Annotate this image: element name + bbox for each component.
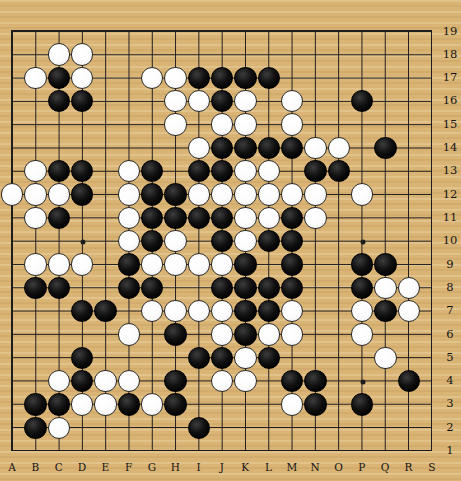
intersection-C17[interactable] <box>47 66 70 89</box>
white-stone-I7[interactable] <box>188 300 210 322</box>
intersection-I16[interactable] <box>187 90 210 113</box>
intersection-K15[interactable] <box>234 113 257 136</box>
white-stone-Q5[interactable] <box>374 347 396 369</box>
intersection-E3[interactable] <box>94 393 117 416</box>
black-stone-B2[interactable] <box>24 417 46 439</box>
black-stone-G8[interactable] <box>141 277 163 299</box>
intersection-H6[interactable] <box>164 323 187 346</box>
intersection-I2[interactable] <box>187 416 210 439</box>
intersection-H15[interactable] <box>164 113 187 136</box>
black-stone-L8[interactable] <box>258 277 280 299</box>
white-stone-L6[interactable] <box>258 323 280 345</box>
intersection-C16[interactable] <box>47 90 70 113</box>
intersection-C8[interactable] <box>47 276 70 299</box>
intersection-K14[interactable] <box>234 136 257 159</box>
black-stone-F3[interactable] <box>118 393 140 415</box>
black-stone-G13[interactable] <box>141 160 163 182</box>
intersection-M15[interactable] <box>281 113 304 136</box>
black-stone-C3[interactable] <box>48 393 70 415</box>
white-stone-K13[interactable] <box>234 160 256 182</box>
intersection-F12[interactable] <box>117 183 140 206</box>
intersection-Q9[interactable] <box>374 253 397 276</box>
intersection-C18[interactable] <box>47 43 70 66</box>
white-stone-K10[interactable] <box>234 230 256 252</box>
black-stone-I5[interactable] <box>188 347 210 369</box>
white-stone-F10[interactable] <box>118 230 140 252</box>
intersection-K9[interactable] <box>234 253 257 276</box>
intersection-J17[interactable] <box>211 66 234 89</box>
black-stone-L5[interactable] <box>258 347 280 369</box>
black-stone-J10[interactable] <box>211 230 233 252</box>
intersection-D12[interactable] <box>71 183 94 206</box>
black-stone-R4[interactable] <box>398 370 420 392</box>
intersection-D18[interactable] <box>71 43 94 66</box>
intersection-D9[interactable] <box>71 253 94 276</box>
intersection-G17[interactable] <box>141 66 164 89</box>
white-stone-F13[interactable] <box>118 160 140 182</box>
intersection-C12[interactable] <box>47 183 70 206</box>
intersection-N11[interactable] <box>304 206 327 229</box>
intersection-P9[interactable] <box>351 253 374 276</box>
intersection-G7[interactable] <box>141 300 164 323</box>
intersection-P16[interactable] <box>351 90 374 113</box>
white-stone-H7[interactable] <box>164 300 186 322</box>
black-stone-B8[interactable] <box>24 277 46 299</box>
intersection-H11[interactable] <box>164 206 187 229</box>
intersection-I12[interactable] <box>187 183 210 206</box>
white-stone-P7[interactable] <box>351 300 373 322</box>
intersection-H4[interactable] <box>164 370 187 393</box>
black-stone-M4[interactable] <box>281 370 303 392</box>
intersection-K12[interactable] <box>234 183 257 206</box>
intersection-D7[interactable] <box>71 300 94 323</box>
intersection-R4[interactable] <box>397 370 420 393</box>
white-stone-D17[interactable] <box>71 67 93 89</box>
intersection-K7[interactable] <box>234 300 257 323</box>
star-point <box>360 379 365 384</box>
intersection-P8[interactable] <box>351 276 374 299</box>
white-stone-I9[interactable] <box>188 253 210 275</box>
row-label-7: 7 <box>440 299 460 322</box>
black-stone-C11[interactable] <box>48 207 70 229</box>
white-stone-C12[interactable] <box>48 183 70 205</box>
white-stone-J4[interactable] <box>211 370 233 392</box>
intersection-F4[interactable] <box>117 370 140 393</box>
intersection-N14[interactable] <box>304 136 327 159</box>
intersection-N3[interactable] <box>304 393 327 416</box>
intersection-F8[interactable] <box>117 276 140 299</box>
white-stone-H10[interactable] <box>164 230 186 252</box>
white-stone-G9[interactable] <box>141 253 163 275</box>
intersection-B17[interactable] <box>24 66 47 89</box>
intersection-J4[interactable] <box>211 370 234 393</box>
intersection-L8[interactable] <box>257 276 280 299</box>
intersection-R8[interactable] <box>397 276 420 299</box>
black-stone-C16[interactable] <box>48 90 70 112</box>
intersection-F3[interactable] <box>117 393 140 416</box>
intersection-M14[interactable] <box>281 136 304 159</box>
intersection-M16[interactable] <box>281 90 304 113</box>
intersection-J14[interactable] <box>211 136 234 159</box>
intersection-M6[interactable] <box>281 323 304 346</box>
black-stone-L7[interactable] <box>258 300 280 322</box>
intersection-H17[interactable] <box>164 66 187 89</box>
intersection-D16[interactable] <box>71 90 94 113</box>
black-stone-H12[interactable] <box>164 183 186 205</box>
black-stone-H11[interactable] <box>164 207 186 229</box>
black-stone-K8[interactable] <box>234 277 256 299</box>
black-stone-M9[interactable] <box>281 253 303 275</box>
black-stone-C8[interactable] <box>48 277 70 299</box>
intersection-M4[interactable] <box>281 370 304 393</box>
black-stone-L14[interactable] <box>258 137 280 159</box>
intersection-K8[interactable] <box>234 276 257 299</box>
intersection-J9[interactable] <box>211 253 234 276</box>
black-stone-K6[interactable] <box>234 323 256 345</box>
intersection-L17[interactable] <box>257 66 280 89</box>
intersection-D17[interactable] <box>71 66 94 89</box>
intersection-C4[interactable] <box>47 370 70 393</box>
white-stone-H15[interactable] <box>164 113 186 135</box>
black-stone-G12[interactable] <box>141 183 163 205</box>
intersection-M7[interactable] <box>281 300 304 323</box>
black-stone-N3[interactable] <box>304 393 326 415</box>
black-stone-E7[interactable] <box>94 300 116 322</box>
black-stone-J17[interactable] <box>211 67 233 89</box>
intersection-J12[interactable] <box>211 183 234 206</box>
column-label-H: H <box>164 461 187 473</box>
white-stone-K15[interactable] <box>234 113 256 135</box>
intersection-J7[interactable] <box>211 300 234 323</box>
intersection-J16[interactable] <box>211 90 234 113</box>
intersection-N13[interactable] <box>304 160 327 183</box>
white-stone-D18[interactable] <box>71 43 93 65</box>
black-stone-J16[interactable] <box>211 90 233 112</box>
white-stone-J12[interactable] <box>211 183 233 205</box>
white-stone-B12[interactable] <box>24 183 46 205</box>
white-stone-R7[interactable] <box>398 300 420 322</box>
intersection-K5[interactable] <box>234 346 257 369</box>
intersection-C13[interactable] <box>47 160 70 183</box>
black-stone-J8[interactable] <box>211 277 233 299</box>
black-stone-J13[interactable] <box>211 160 233 182</box>
white-stone-L13[interactable] <box>258 160 280 182</box>
intersection-J15[interactable] <box>211 113 234 136</box>
intersection-M9[interactable] <box>281 253 304 276</box>
intersection-D4[interactable] <box>71 370 94 393</box>
intersection-P12[interactable] <box>351 183 374 206</box>
white-stone-M6[interactable] <box>281 323 303 345</box>
white-stone-M15[interactable] <box>281 113 303 135</box>
white-stone-K11[interactable] <box>234 207 256 229</box>
white-stone-E3[interactable] <box>94 393 116 415</box>
intersection-K13[interactable] <box>234 160 257 183</box>
white-stone-K12[interactable] <box>234 183 256 205</box>
black-stone-H4[interactable] <box>164 370 186 392</box>
row-label-6: 6 <box>440 323 460 346</box>
intersection-K4[interactable] <box>234 370 257 393</box>
black-stone-P16[interactable] <box>351 90 373 112</box>
white-stone-B9[interactable] <box>24 253 46 275</box>
intersection-D3[interactable] <box>71 393 94 416</box>
white-stone-M7[interactable] <box>281 300 303 322</box>
intersection-F10[interactable] <box>117 230 140 253</box>
white-stone-F12[interactable] <box>118 183 140 205</box>
black-stone-D5[interactable] <box>71 347 93 369</box>
intersection-Q8[interactable] <box>374 276 397 299</box>
white-stone-F11[interactable] <box>118 207 140 229</box>
black-stone-G11[interactable] <box>141 207 163 229</box>
intersection-N4[interactable] <box>304 370 327 393</box>
black-stone-C17[interactable] <box>48 67 70 89</box>
white-stone-G3[interactable] <box>141 393 163 415</box>
white-stone-M16[interactable] <box>281 90 303 112</box>
white-stone-F6[interactable] <box>118 323 140 345</box>
intersection-L12[interactable] <box>257 183 280 206</box>
white-stone-B17[interactable] <box>24 67 46 89</box>
intersection-N12[interactable] <box>304 183 327 206</box>
white-stone-L12[interactable] <box>258 183 280 205</box>
white-stone-E4[interactable] <box>94 370 116 392</box>
white-stone-K4[interactable] <box>234 370 256 392</box>
intersection-G8[interactable] <box>141 276 164 299</box>
black-stone-D4[interactable] <box>71 370 93 392</box>
intersection-J6[interactable] <box>211 323 234 346</box>
black-stone-Q14[interactable] <box>374 137 396 159</box>
black-stone-F9[interactable] <box>118 253 140 275</box>
intersection-C11[interactable] <box>47 206 70 229</box>
intersection-F13[interactable] <box>117 160 140 183</box>
intersection-P6[interactable] <box>351 323 374 346</box>
intersection-I11[interactable] <box>187 206 210 229</box>
black-stone-K14[interactable] <box>234 137 256 159</box>
intersection-G10[interactable] <box>141 230 164 253</box>
intersection-M3[interactable] <box>281 393 304 416</box>
go-board[interactable] <box>1 20 445 464</box>
white-stone-N12[interactable] <box>304 183 326 205</box>
white-stone-J15[interactable] <box>211 113 233 135</box>
white-stone-K5[interactable] <box>234 347 256 369</box>
intersection-Q7[interactable] <box>374 300 397 323</box>
intersection-I17[interactable] <box>187 66 210 89</box>
intersection-K6[interactable] <box>234 323 257 346</box>
intersection-L6[interactable] <box>257 323 280 346</box>
intersection-L14[interactable] <box>257 136 280 159</box>
black-stone-I11[interactable] <box>188 207 210 229</box>
black-stone-P8[interactable] <box>351 277 373 299</box>
black-stone-M11[interactable] <box>281 207 303 229</box>
black-stone-J5[interactable] <box>211 347 233 369</box>
intersection-H10[interactable] <box>164 230 187 253</box>
white-stone-L11[interactable] <box>258 207 280 229</box>
black-stone-L17[interactable] <box>258 67 280 89</box>
white-stone-G17[interactable] <box>141 67 163 89</box>
intersection-K17[interactable] <box>234 66 257 89</box>
intersection-Q5[interactable] <box>374 346 397 369</box>
white-stone-J9[interactable] <box>211 253 233 275</box>
white-stone-D3[interactable] <box>71 393 93 415</box>
white-stone-C4[interactable] <box>48 370 70 392</box>
black-stone-O13[interactable] <box>328 160 350 182</box>
white-stone-N14[interactable] <box>304 137 326 159</box>
black-stone-P9[interactable] <box>351 253 373 275</box>
white-stone-H16[interactable] <box>164 90 186 112</box>
black-stone-L10[interactable] <box>258 230 280 252</box>
black-stone-J14[interactable] <box>211 137 233 159</box>
intersection-G13[interactable] <box>141 160 164 183</box>
black-stone-J11[interactable] <box>211 207 233 229</box>
black-stone-K17[interactable] <box>234 67 256 89</box>
white-stone-M3[interactable] <box>281 393 303 415</box>
white-stone-K16[interactable] <box>234 90 256 112</box>
intersection-M11[interactable] <box>281 206 304 229</box>
white-stone-Q8[interactable] <box>374 277 396 299</box>
intersection-H7[interactable] <box>164 300 187 323</box>
intersection-M8[interactable] <box>281 276 304 299</box>
black-stone-I2[interactable] <box>188 417 210 439</box>
intersection-L10[interactable] <box>257 230 280 253</box>
white-stone-C2[interactable] <box>48 417 70 439</box>
intersection-B13[interactable] <box>24 160 47 183</box>
intersection-O14[interactable] <box>327 136 350 159</box>
intersection-F6[interactable] <box>117 323 140 346</box>
white-stone-O14[interactable] <box>328 137 350 159</box>
intersection-F11[interactable] <box>117 206 140 229</box>
intersection-B8[interactable] <box>24 276 47 299</box>
intersection-B11[interactable] <box>24 206 47 229</box>
black-stone-H3[interactable] <box>164 393 186 415</box>
intersection-L5[interactable] <box>257 346 280 369</box>
intersection-L13[interactable] <box>257 160 280 183</box>
column-label-L: L <box>257 461 280 473</box>
black-stone-K9[interactable] <box>234 253 256 275</box>
white-stone-D9[interactable] <box>71 253 93 275</box>
white-stone-I12[interactable] <box>188 183 210 205</box>
intersection-I13[interactable] <box>187 160 210 183</box>
black-stone-D7[interactable] <box>71 300 93 322</box>
intersection-C9[interactable] <box>47 253 70 276</box>
intersection-M12[interactable] <box>281 183 304 206</box>
white-stone-H9[interactable] <box>164 253 186 275</box>
black-stone-F8[interactable] <box>118 277 140 299</box>
black-stone-D13[interactable] <box>71 160 93 182</box>
intersection-G9[interactable] <box>141 253 164 276</box>
black-stone-K7[interactable] <box>234 300 256 322</box>
intersection-J13[interactable] <box>211 160 234 183</box>
intersection-D13[interactable] <box>71 160 94 183</box>
row-label-19: 19 <box>440 20 460 43</box>
white-stone-F4[interactable] <box>118 370 140 392</box>
intersection-E7[interactable] <box>94 300 117 323</box>
white-stone-C18[interactable] <box>48 43 70 65</box>
black-stone-H6[interactable] <box>164 323 186 345</box>
white-stone-B13[interactable] <box>24 160 46 182</box>
intersection-R7[interactable] <box>397 300 420 323</box>
intersection-Q14[interactable] <box>374 136 397 159</box>
white-stone-R8[interactable] <box>398 277 420 299</box>
intersection-A12[interactable] <box>1 183 24 206</box>
black-stone-M14[interactable] <box>281 137 303 159</box>
intersection-C3[interactable] <box>47 393 70 416</box>
black-stone-N13[interactable] <box>304 160 326 182</box>
intersection-L11[interactable] <box>257 206 280 229</box>
black-stone-B3[interactable] <box>24 393 46 415</box>
black-stone-M10[interactable] <box>281 230 303 252</box>
white-stone-P12[interactable] <box>351 183 373 205</box>
white-stone-M12[interactable] <box>281 183 303 205</box>
white-stone-A12[interactable] <box>1 183 23 205</box>
black-stone-I17[interactable] <box>188 67 210 89</box>
intersection-H16[interactable] <box>164 90 187 113</box>
intersection-P7[interactable] <box>351 300 374 323</box>
row-label-15: 15 <box>440 113 460 136</box>
intersection-M10[interactable] <box>281 230 304 253</box>
black-stone-Q7[interactable] <box>374 300 396 322</box>
intersection-O13[interactable] <box>327 160 350 183</box>
intersection-E4[interactable] <box>94 370 117 393</box>
intersection-J5[interactable] <box>211 346 234 369</box>
intersection-B12[interactable] <box>24 183 47 206</box>
intersection-P3[interactable] <box>351 393 374 416</box>
intersection-B9[interactable] <box>24 253 47 276</box>
intersection-J10[interactable] <box>211 230 234 253</box>
black-stone-C13[interactable] <box>48 160 70 182</box>
intersection-I14[interactable] <box>187 136 210 159</box>
intersection-C2[interactable] <box>47 416 70 439</box>
intersection-H9[interactable] <box>164 253 187 276</box>
white-stone-J6[interactable] <box>211 323 233 345</box>
white-stone-I16[interactable] <box>188 90 210 112</box>
intersection-F9[interactable] <box>117 253 140 276</box>
intersection-H3[interactable] <box>164 393 187 416</box>
intersection-I7[interactable] <box>187 300 210 323</box>
black-stone-P3[interactable] <box>351 393 373 415</box>
black-stone-D12[interactable] <box>71 183 93 205</box>
intersection-G11[interactable] <box>141 206 164 229</box>
intersection-D5[interactable] <box>71 346 94 369</box>
intersection-G3[interactable] <box>141 393 164 416</box>
white-stone-I14[interactable] <box>188 137 210 159</box>
intersection-J11[interactable] <box>211 206 234 229</box>
intersection-L7[interactable] <box>257 300 280 323</box>
intersection-I9[interactable] <box>187 253 210 276</box>
black-stone-Q9[interactable] <box>374 253 396 275</box>
intersection-G12[interactable] <box>141 183 164 206</box>
intersection-K11[interactable] <box>234 206 257 229</box>
intersection-B3[interactable] <box>24 393 47 416</box>
black-stone-G10[interactable] <box>141 230 163 252</box>
row-label-13: 13 <box>440 159 460 182</box>
black-stone-I13[interactable] <box>188 160 210 182</box>
white-stone-P6[interactable] <box>351 323 373 345</box>
white-stone-J7[interactable] <box>211 300 233 322</box>
intersection-J8[interactable] <box>211 276 234 299</box>
white-stone-H17[interactable] <box>164 67 186 89</box>
row-label-16: 16 <box>440 89 460 112</box>
white-stone-G7[interactable] <box>141 300 163 322</box>
intersection-K16[interactable] <box>234 90 257 113</box>
intersection-H12[interactable] <box>164 183 187 206</box>
white-stone-C9[interactable] <box>48 253 70 275</box>
white-stone-N11[interactable] <box>304 207 326 229</box>
black-stone-N4[interactable] <box>304 370 326 392</box>
black-stone-D16[interactable] <box>71 90 93 112</box>
intersection-I5[interactable] <box>187 346 210 369</box>
black-stone-M8[interactable] <box>281 277 303 299</box>
white-stone-B11[interactable] <box>24 207 46 229</box>
intersection-B2[interactable] <box>24 416 47 439</box>
intersection-K10[interactable] <box>234 230 257 253</box>
